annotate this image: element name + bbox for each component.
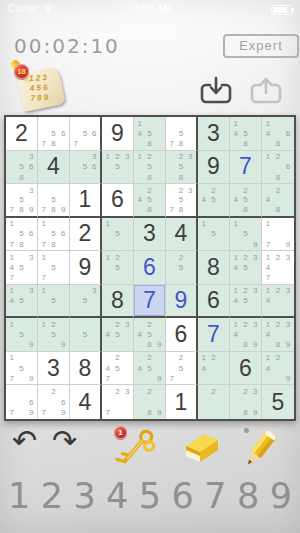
cell-r6c9[interactable]: 1234 xyxy=(262,285,294,319)
candidate-digit: 7 xyxy=(39,240,49,249)
candidate-digit: 1 xyxy=(263,353,273,362)
candidate-digit: 4 xyxy=(263,330,273,339)
candidate-grid: 5789 xyxy=(39,185,68,215)
candidate-digit: 2 xyxy=(176,353,185,362)
candidate-digit: 1 xyxy=(7,253,17,262)
pencil-icon xyxy=(238,426,282,472)
candidate-digit: 9 xyxy=(283,374,293,383)
candidate-digit: 7 xyxy=(7,408,17,417)
candidate-digit: 4 xyxy=(231,296,241,305)
cell-r1c1[interactable]: 2 xyxy=(6,117,38,151)
candidate-digit: 4 xyxy=(263,296,273,305)
candidate-digit: 5 xyxy=(49,129,59,138)
candidate-digit: 2 xyxy=(241,320,251,329)
cell-r4c2[interactable]: 15678 xyxy=(38,218,70,252)
candidate-digit: 7 xyxy=(7,240,17,249)
candidate-grid: 257 xyxy=(167,353,195,384)
candidate-grid: 12347 xyxy=(263,252,293,283)
eraser-button[interactable] xyxy=(176,430,222,468)
cell-r3c6[interactable]: 23578 xyxy=(166,184,198,218)
auto-notes-button[interactable]: 1 2 3 4 5 6 7 8 9 18 xyxy=(14,62,70,114)
cell-r7c3[interactable]: 5 xyxy=(70,318,102,352)
cell-value: 8 xyxy=(207,256,220,279)
cell-r9c4[interactable]: 237 xyxy=(102,385,134,419)
cell-r3c5[interactable]: 2458 xyxy=(134,184,166,218)
cell-r3c3[interactable]: 1 xyxy=(70,184,102,218)
cell-r8c8[interactable]: 6 xyxy=(230,352,262,386)
candidate-digit: 8 xyxy=(49,139,59,148)
number-pad: 123456789 xyxy=(8,474,292,518)
candidate-digit: 5 xyxy=(49,330,59,339)
candidate-digit: 7 xyxy=(39,139,49,148)
cell-r4c6[interactable]: 4 xyxy=(166,218,198,252)
candidate-digit: 8 xyxy=(145,139,155,148)
candidate-digit: 9 xyxy=(58,340,68,349)
candidate-digit: 1 xyxy=(199,353,209,362)
candidate-digit: 5 xyxy=(17,364,27,373)
pencil-mode-dot xyxy=(244,428,249,433)
candidate-digit: 4 xyxy=(263,364,273,373)
cell-r5c7[interactable]: 8 xyxy=(198,251,230,285)
cell-r6c1[interactable]: 1345 xyxy=(6,285,38,319)
cell-r4c1[interactable]: 15678 xyxy=(6,218,38,252)
candidate-digit: 8 xyxy=(49,205,59,214)
cell-r5c3[interactable]: 9 xyxy=(70,251,102,285)
candidate-digit: 1 xyxy=(103,253,113,262)
candidate-digit: 2 xyxy=(145,186,155,195)
candidate-grid: 5 xyxy=(71,319,99,350)
cell-r4c3[interactable]: 2 xyxy=(70,218,102,252)
candidate-digit: 7 xyxy=(263,273,273,282)
candidate-digit: 5 xyxy=(49,229,59,238)
cell-value: 6 xyxy=(239,357,252,380)
candidate-digit: 8 xyxy=(17,240,27,249)
candidate-digit: 3 xyxy=(250,253,260,262)
candidate-digit: 1 xyxy=(263,320,273,329)
cell-r1c8[interactable]: 1458 xyxy=(230,117,262,151)
candidate-digit: 3 xyxy=(122,152,132,161)
candidate-digit: 2 xyxy=(145,320,155,329)
candidate-digit: 8 xyxy=(241,205,251,214)
cell-r9c5[interactable]: 289 xyxy=(134,385,166,419)
candidate-digit: 1 xyxy=(135,152,145,161)
cell-r7c4[interactable]: 2345 xyxy=(102,318,134,352)
candidate-digit: 5 xyxy=(113,229,123,238)
candidate-digit: 3 xyxy=(122,320,132,329)
candidate-digit: 8 xyxy=(273,205,283,214)
notes-count-badge: 18 xyxy=(14,64,29,79)
cell-r3c8[interactable]: 2458 xyxy=(230,184,262,218)
candidate-digit: 1 xyxy=(231,286,241,295)
candidate-grid: 15 xyxy=(199,219,228,250)
cell-r4c5[interactable]: 3 xyxy=(134,218,166,252)
candidate-grid: 35 xyxy=(71,286,99,316)
candidate-grid: 1259 xyxy=(39,319,68,350)
cell-r7c6[interactable]: 6 xyxy=(166,318,198,352)
candidate-grid: 15678 xyxy=(39,219,68,250)
cell-r8c2[interactable]: 3 xyxy=(38,352,70,386)
candidate-digit: 5 xyxy=(145,162,155,171)
cell-value: 2 xyxy=(15,122,28,145)
candidate-digit: 8 xyxy=(273,173,283,182)
candidate-digit: 9 xyxy=(26,408,36,417)
cell-value: 4 xyxy=(47,155,60,178)
undo-icon: ↶ xyxy=(12,423,37,458)
candidate-grid: 679 xyxy=(7,386,36,418)
candidate-digit: 3 xyxy=(250,387,260,396)
candidate-grid: 237 xyxy=(103,386,132,418)
status-time: 11:58 AM xyxy=(0,3,300,14)
cell-r1c9[interactable]: 1468 xyxy=(262,117,294,151)
cell-r2c6[interactable]: 2358 xyxy=(166,151,198,185)
cell-r6c8[interactable]: 12345 xyxy=(230,285,262,319)
candidate-digit: 7 xyxy=(167,139,176,148)
candidate-digit: 3 xyxy=(26,286,36,295)
numpad-7[interactable]: 7 xyxy=(204,474,226,518)
candidate-digit: 5 xyxy=(209,195,219,204)
candidate-digit: 1 xyxy=(103,219,113,228)
candidate-digit: 9 xyxy=(283,240,293,249)
candidate-digit: 1 xyxy=(263,119,273,128)
cell-r4c4[interactable]: 15 xyxy=(102,218,134,252)
candidate-digit: 9 xyxy=(26,374,36,383)
cell-value: 9 xyxy=(79,256,92,279)
candidate-digit: 1 xyxy=(7,353,17,362)
candidate-grid: 179 xyxy=(263,219,293,250)
candidate-digit: 2 xyxy=(209,186,219,195)
candidate-digit: 4 xyxy=(103,330,113,339)
candidate-digit: 5 xyxy=(145,195,155,204)
candidate-digit: 2 xyxy=(145,152,155,161)
candidate-digit: 1 xyxy=(231,219,241,228)
candidate-digit: 1 xyxy=(231,119,241,128)
cell-value: 7 xyxy=(239,155,252,178)
cell-r7c7[interactable]: 7 xyxy=(198,318,230,352)
load-game-button[interactable] xyxy=(248,76,284,108)
candidate-digit: 4 xyxy=(135,364,145,373)
candidate-digit: 1 xyxy=(39,286,49,295)
candidate-digit: 8 xyxy=(145,205,155,214)
candidate-grid: 2458 xyxy=(231,185,260,215)
candidate-digit: 5 xyxy=(241,263,251,272)
candidate-digit: 8 xyxy=(17,205,27,214)
cell-r5c1[interactable]: 13457 xyxy=(6,251,38,285)
cell-value: 5 xyxy=(272,391,285,414)
cell-r5c4[interactable]: 125 xyxy=(102,251,134,285)
cell-r9c3[interactable]: 4 xyxy=(70,385,102,419)
candidate-digit: 5 xyxy=(113,330,123,339)
candidate-digit: 9 xyxy=(250,240,260,249)
candidate-grid: 13457 xyxy=(7,252,36,283)
game-timer: 00:02:10 xyxy=(14,34,120,58)
candidate-digit: 6 xyxy=(26,229,36,238)
cell-r6c4[interactable]: 8 xyxy=(102,285,134,319)
cell-r1c2[interactable]: 5678 xyxy=(38,117,70,151)
candidate-digit: 6 xyxy=(58,398,68,407)
numpad-3[interactable]: 3 xyxy=(73,474,95,518)
candidate-grid: 1345 xyxy=(7,286,36,316)
candidate-digit: 2 xyxy=(49,320,59,329)
candidate-digit: 7 xyxy=(167,205,176,214)
candidate-digit: 2 xyxy=(209,387,219,396)
candidate-digit: 4 xyxy=(199,195,209,204)
candidate-digit: 5 xyxy=(209,229,219,238)
candidate-digit: 6 xyxy=(283,162,293,171)
candidate-digit: 8 xyxy=(17,173,27,182)
candidate-digit: 3 xyxy=(283,253,293,262)
candidate-digit: 2 xyxy=(113,253,123,262)
numpad-8[interactable]: 8 xyxy=(237,474,259,518)
cell-value: 3 xyxy=(47,357,60,380)
candidate-digit: 2 xyxy=(273,152,283,161)
numpad-1[interactable]: 1 xyxy=(8,474,30,518)
cell-r1c4[interactable]: 9 xyxy=(102,117,134,151)
cell-r9c9[interactable]: 5 xyxy=(262,385,294,419)
candidate-digit: 7 xyxy=(167,374,176,383)
cell-r8c9[interactable]: 1249 xyxy=(262,352,294,386)
candidate-grid: 12345 xyxy=(231,252,260,283)
cell-r9c6[interactable]: 1 xyxy=(166,385,198,419)
cell-value: 1 xyxy=(79,188,92,211)
hint-key-button[interactable]: 1 xyxy=(112,426,162,472)
cell-value: 9 xyxy=(175,289,188,312)
cell-r3c4[interactable]: 6 xyxy=(102,184,134,218)
candidate-digit: 6 xyxy=(26,162,36,171)
candidate-digit: 2 xyxy=(176,186,185,195)
cell-r1c6[interactable]: 578 xyxy=(166,117,198,151)
candidate-digit: 3 xyxy=(26,186,36,195)
candidate-digit: 2 xyxy=(145,353,155,362)
cell-value: 1 xyxy=(175,391,188,414)
cell-r5c9[interactable]: 12347 xyxy=(262,251,294,285)
cell-r5c8[interactable]: 12345 xyxy=(230,251,262,285)
candidate-digit: 6 xyxy=(58,129,68,138)
cell-r6c3[interactable]: 35 xyxy=(70,285,102,319)
candidate-digit: 7 xyxy=(39,408,49,417)
cell-r6c7[interactable]: 6 xyxy=(198,285,230,319)
redo-button[interactable]: ↷ xyxy=(52,424,77,458)
candidate-digit: 8 xyxy=(176,205,185,214)
candidate-grid: 15 xyxy=(103,219,132,250)
cell-r2c9[interactable]: 1268 xyxy=(262,151,294,185)
candidate-digit: 9 xyxy=(154,374,164,383)
candidate-digit: 6 xyxy=(58,229,68,238)
cell-r6c6[interactable]: 9 xyxy=(166,285,198,319)
cell-r8c7[interactable]: 124 xyxy=(198,352,230,386)
candidate-grid: 12345 xyxy=(231,286,260,316)
undo-button[interactable]: ↶ xyxy=(12,424,37,458)
candidate-grid: 125 xyxy=(103,252,132,283)
candidate-grid: 23578 xyxy=(167,185,195,215)
sudoku-app: Carrier 11:58 AM 00:02:10 Expert 1 2 3 4… xyxy=(0,0,300,533)
candidate-digit: 8 xyxy=(145,408,155,417)
candidate-grid: 289 xyxy=(135,386,164,418)
cell-r4c8[interactable]: 159 xyxy=(230,218,262,252)
cell-r1c7[interactable]: 3 xyxy=(198,117,230,151)
candidate-grid: 123489 xyxy=(231,319,260,350)
candidate-grid: 245 xyxy=(199,185,228,215)
candidate-digit: 5 xyxy=(176,364,185,373)
candidate-grid: 1235 xyxy=(103,152,132,183)
cell-value: 6 xyxy=(207,289,220,312)
candidate-grid: 248 xyxy=(263,185,293,215)
candidate-grid: 2679 xyxy=(39,386,68,418)
cell-r8c6[interactable]: 257 xyxy=(166,352,198,386)
numpad-2[interactable]: 2 xyxy=(41,474,63,518)
candidate-digit: 2 xyxy=(176,152,185,161)
candidate-digit: 5 xyxy=(176,129,185,138)
cell-r5c6[interactable]: 25 xyxy=(166,251,198,285)
cell-r2c4[interactable]: 1235 xyxy=(102,151,134,185)
cell-r2c8[interactable]: 7 xyxy=(230,151,262,185)
cell-r7c9[interactable]: 123489 xyxy=(262,318,294,352)
cell-r2c1[interactable]: 3568 xyxy=(6,151,38,185)
candidate-digit: 4 xyxy=(263,195,273,204)
cell-r2c5[interactable]: 1258 xyxy=(134,151,166,185)
pencil-button[interactable] xyxy=(238,426,282,472)
numpad-5[interactable]: 5 xyxy=(139,474,161,518)
cell-r5c5[interactable]: 6 xyxy=(134,251,166,285)
cell-r8c4[interactable]: 2457 xyxy=(102,352,134,386)
candidate-digit: 2 xyxy=(113,353,123,362)
candidate-digit: 5 xyxy=(241,129,251,138)
candidate-digit: 1 xyxy=(7,286,17,295)
candidate-grid: 2345 xyxy=(103,319,132,350)
cell-r9c7[interactable]: 2 xyxy=(198,385,230,419)
redo-icon: ↷ xyxy=(52,423,77,458)
save-game-button[interactable] xyxy=(198,76,234,108)
cell-r2c2[interactable]: 4 xyxy=(38,151,70,185)
candidate-digit: 5 xyxy=(80,296,89,305)
candidate-digit: 4 xyxy=(7,296,17,305)
cell-r8c3[interactable]: 8 xyxy=(70,352,102,386)
sudoku-board: 2567856791458578314581468356843561235125… xyxy=(4,115,296,421)
candidate-digit: 4 xyxy=(199,364,209,373)
cell-r4c9[interactable]: 179 xyxy=(262,218,294,252)
candidate-digit: 5 xyxy=(145,129,155,138)
candidate-digit: 4 xyxy=(263,129,273,138)
candidate-grid: 35789 xyxy=(7,185,36,215)
candidate-digit: 8 xyxy=(176,173,185,182)
candidate-grid: 2458 xyxy=(135,185,164,215)
cell-value: 7 xyxy=(143,289,156,312)
candidate-digit: 4 xyxy=(103,364,113,373)
candidate-digit: 3 xyxy=(250,286,260,295)
cell-r5c2[interactable]: 157 xyxy=(38,251,70,285)
candidate-grid: 15678 xyxy=(7,219,36,250)
cell-value: 3 xyxy=(207,122,220,145)
candidate-digit: 9 xyxy=(58,205,68,214)
candidate-digit: 7 xyxy=(7,273,17,282)
numpad-9[interactable]: 9 xyxy=(270,474,292,518)
download-icon xyxy=(198,76,234,108)
candidate-grid: 567 xyxy=(71,118,99,149)
cell-r6c5[interactable]: 7 xyxy=(134,285,166,319)
candidate-digit: 2 xyxy=(241,253,251,262)
candidate-digit: 7 xyxy=(39,205,49,214)
candidate-digit: 7 xyxy=(7,374,17,383)
cell-r3c7[interactable]: 245 xyxy=(198,184,230,218)
cell-r2c3[interactable]: 356 xyxy=(70,151,102,185)
candidate-digit: 1 xyxy=(39,253,49,262)
candidate-digit: 4 xyxy=(231,129,241,138)
candidate-grid: 1458 xyxy=(231,118,260,149)
cell-r9c1[interactable]: 679 xyxy=(6,385,38,419)
candidate-digit: 2 xyxy=(273,186,283,195)
candidate-grid: 123489 xyxy=(263,319,293,350)
cell-r7c2[interactable]: 1259 xyxy=(38,318,70,352)
cell-r9c2[interactable]: 2679 xyxy=(38,385,70,419)
candidate-digit: 8 xyxy=(145,173,155,182)
candidate-digit: 7 xyxy=(71,139,80,148)
candidate-grid: 159 xyxy=(7,319,36,350)
battery-icon xyxy=(271,5,292,15)
difficulty-button[interactable]: Expert xyxy=(223,34,299,58)
candidate-digit: 5 xyxy=(49,195,59,204)
cell-r4c7[interactable]: 15 xyxy=(198,218,230,252)
cell-value: 6 xyxy=(143,256,156,279)
candidate-digit: 5 xyxy=(49,296,59,305)
candidate-digit: 3 xyxy=(250,320,260,329)
status-bar: Carrier 11:58 AM xyxy=(0,0,300,18)
candidate-digit: 4 xyxy=(263,263,273,272)
candidate-digit: 8 xyxy=(145,340,155,349)
candidate-digit: 3 xyxy=(26,253,36,262)
cell-r7c8[interactable]: 123489 xyxy=(230,318,262,352)
candidate-digit: 8 xyxy=(241,139,251,148)
candidate-grid: 1458 xyxy=(135,118,164,149)
candidate-digit: 3 xyxy=(90,152,99,161)
cell-r8c1[interactable]: 1579 xyxy=(6,352,38,386)
numpad-6[interactable]: 6 xyxy=(172,474,194,518)
cell-r3c1[interactable]: 35789 xyxy=(6,184,38,218)
cell-r8c5[interactable]: 2459 xyxy=(134,352,166,386)
candidate-grid: 2358 xyxy=(167,152,195,183)
candidate-digit: 9 xyxy=(58,408,68,417)
candidate-digit: 5 xyxy=(241,195,251,204)
candidate-grid: 159 xyxy=(231,219,260,250)
candidate-digit: 5 xyxy=(145,330,155,339)
candidate-digit: 2 xyxy=(176,253,185,262)
cell-r7c5[interactable]: 24589 xyxy=(134,318,166,352)
candidate-digit: 2 xyxy=(145,387,155,396)
hint-count-badge: 1 xyxy=(114,426,127,439)
candidate-digit: 3 xyxy=(283,320,293,329)
cell-r6c2[interactable]: 15 xyxy=(38,285,70,319)
candidate-digit: 6 xyxy=(26,398,36,407)
candidate-digit: 5 xyxy=(241,296,251,305)
cell-r3c9[interactable]: 248 xyxy=(262,184,294,218)
cell-r2c7[interactable]: 9 xyxy=(198,151,230,185)
candidate-digit: 4 xyxy=(231,263,241,272)
candidate-digit: 5 xyxy=(113,263,123,272)
cell-r1c5[interactable]: 1458 xyxy=(134,117,166,151)
candidate-digit: 2 xyxy=(273,253,283,262)
candidate-digit: 3 xyxy=(283,286,293,295)
cell-r9c8[interactable]: 2389 xyxy=(230,385,262,419)
candidate-digit: 2 xyxy=(113,387,123,396)
numpad-4[interactable]: 4 xyxy=(106,474,128,518)
candidate-digit: 6 xyxy=(283,129,293,138)
cell-r7c1[interactable]: 159 xyxy=(6,318,38,352)
cell-r1c3[interactable]: 567 xyxy=(70,117,102,151)
cell-r3c2[interactable]: 5789 xyxy=(38,184,70,218)
candidate-digit: 5 xyxy=(176,195,185,204)
candidate-digit: 7 xyxy=(263,240,273,249)
cell-value: 2 xyxy=(79,222,92,245)
candidate-digit: 4 xyxy=(135,195,145,204)
candidate-grid: 356 xyxy=(71,152,99,183)
